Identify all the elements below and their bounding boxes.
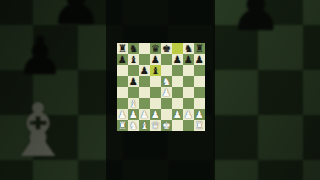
black-queen-piece: ♛ xyxy=(151,43,160,54)
white-pawn-piece: ♟ xyxy=(162,87,171,98)
white-pawn-piece: ♟ xyxy=(129,109,138,120)
square-e7[interactable] xyxy=(161,54,172,65)
square-c8[interactable] xyxy=(139,43,150,54)
square-e1[interactable]: ♚ xyxy=(161,120,172,131)
black-pawn-piece: ♟ xyxy=(195,54,204,65)
square-c6[interactable]: ♟ xyxy=(139,65,150,76)
white-pawn-piece: ♟ xyxy=(195,109,204,120)
square-c4[interactable] xyxy=(139,87,150,98)
square-e8[interactable]: ♚ xyxy=(161,43,172,54)
square-g2[interactable]: ♟ xyxy=(183,109,194,120)
chess-board[interactable]: ♜♞♛♚♞♜♟♝♟♟♟♟♟♝♟♞♟♝♟♟♟♟♟♟♟♜♞♝♛♚♜ xyxy=(117,43,205,131)
square-h7[interactable]: ♟ xyxy=(194,54,205,65)
background-dim-left xyxy=(0,0,106,180)
square-g7[interactable]: ♟ xyxy=(183,54,194,65)
square-g4[interactable] xyxy=(183,87,194,98)
black-pawn-piece: ♟ xyxy=(129,76,138,87)
square-g3[interactable] xyxy=(183,98,194,109)
square-h2[interactable]: ♟ xyxy=(194,109,205,120)
square-d2[interactable]: ♟ xyxy=(150,109,161,120)
square-b8[interactable]: ♞ xyxy=(128,43,139,54)
square-a8[interactable]: ♜ xyxy=(117,43,128,54)
white-queen-piece: ♛ xyxy=(151,120,160,131)
white-pawn-piece: ♟ xyxy=(118,109,127,120)
square-a5[interactable] xyxy=(117,76,128,87)
square-d4[interactable] xyxy=(150,87,161,98)
black-bishop-piece: ♝ xyxy=(151,65,160,76)
square-f1[interactable] xyxy=(172,120,183,131)
square-e3[interactable] xyxy=(161,98,172,109)
square-f7[interactable]: ♟ xyxy=(172,54,183,65)
square-b1[interactable]: ♞ xyxy=(128,120,139,131)
square-a3[interactable] xyxy=(117,98,128,109)
square-b5[interactable]: ♟ xyxy=(128,76,139,87)
square-e4[interactable]: ♟ xyxy=(161,87,172,98)
black-king-piece: ♚ xyxy=(162,43,171,54)
square-c5[interactable] xyxy=(139,76,150,87)
white-bishop-piece: ♝ xyxy=(129,98,138,109)
square-h5[interactable] xyxy=(194,76,205,87)
square-f6[interactable] xyxy=(172,65,183,76)
square-a4[interactable] xyxy=(117,87,128,98)
white-rook-piece: ♜ xyxy=(118,120,127,131)
square-d8[interactable]: ♛ xyxy=(150,43,161,54)
square-a7[interactable]: ♟ xyxy=(117,54,128,65)
square-g6[interactable] xyxy=(183,65,194,76)
square-f4[interactable] xyxy=(172,87,183,98)
square-h1[interactable]: ♜ xyxy=(194,120,205,131)
white-pawn-piece: ♟ xyxy=(184,109,193,120)
square-e5[interactable]: ♞ xyxy=(161,76,172,87)
square-d3[interactable] xyxy=(150,98,161,109)
square-a6[interactable] xyxy=(117,65,128,76)
white-pawn-piece: ♟ xyxy=(140,109,149,120)
white-pawn-piece: ♟ xyxy=(173,109,182,120)
black-pawn-piece: ♟ xyxy=(184,54,193,65)
square-f5[interactable] xyxy=(172,76,183,87)
square-f3[interactable] xyxy=(172,98,183,109)
square-f2[interactable]: ♟ xyxy=(172,109,183,120)
square-d6[interactable]: ♝ xyxy=(150,65,161,76)
black-rook-piece: ♜ xyxy=(195,43,204,54)
square-b4[interactable] xyxy=(128,87,139,98)
background-dim-right xyxy=(215,0,320,180)
square-a1[interactable]: ♜ xyxy=(117,120,128,131)
square-b6[interactable] xyxy=(128,65,139,76)
white-pawn-piece: ♟ xyxy=(151,109,160,120)
square-c1[interactable]: ♝ xyxy=(139,120,150,131)
square-g1[interactable] xyxy=(183,120,194,131)
square-h4[interactable] xyxy=(194,87,205,98)
square-h8[interactable]: ♜ xyxy=(194,43,205,54)
square-h3[interactable] xyxy=(194,98,205,109)
square-c3[interactable] xyxy=(139,98,150,109)
square-d7[interactable]: ♟ xyxy=(150,54,161,65)
white-knight-piece: ♞ xyxy=(162,76,171,87)
black-bishop-piece: ♝ xyxy=(129,54,138,65)
black-rook-piece: ♜ xyxy=(118,43,127,54)
square-c7[interactable] xyxy=(139,54,150,65)
black-pawn-piece: ♟ xyxy=(118,54,127,65)
square-g5[interactable] xyxy=(183,76,194,87)
square-g8[interactable]: ♞ xyxy=(183,43,194,54)
square-f8[interactable] xyxy=(172,43,183,54)
square-b3[interactable]: ♝ xyxy=(128,98,139,109)
white-rook-piece: ♜ xyxy=(195,120,204,131)
square-h6[interactable] xyxy=(194,65,205,76)
black-knight-piece: ♞ xyxy=(184,43,193,54)
square-e2[interactable] xyxy=(161,109,172,120)
square-c2[interactable]: ♟ xyxy=(139,109,150,120)
square-b7[interactable]: ♝ xyxy=(128,54,139,65)
square-b2[interactable]: ♟ xyxy=(128,109,139,120)
white-knight-piece: ♞ xyxy=(129,120,138,131)
shorts-frame: ♟♟♝♟ ♜♞♛♚♞♜♟♝♟♟♟♟♟♝♟♞♟♝♟♟♟♟♟♟♟♜♞♝♛♚♜ xyxy=(0,0,320,180)
square-a2[interactable]: ♟ xyxy=(117,109,128,120)
white-bishop-piece: ♝ xyxy=(140,120,149,131)
square-e6[interactable] xyxy=(161,65,172,76)
black-pawn-piece: ♟ xyxy=(140,65,149,76)
white-king-piece: ♚ xyxy=(162,120,171,131)
square-d5[interactable] xyxy=(150,76,161,87)
black-knight-piece: ♞ xyxy=(129,43,138,54)
black-pawn-piece: ♟ xyxy=(151,54,160,65)
black-pawn-piece: ♟ xyxy=(173,54,182,65)
square-d1[interactable]: ♛ xyxy=(150,120,161,131)
